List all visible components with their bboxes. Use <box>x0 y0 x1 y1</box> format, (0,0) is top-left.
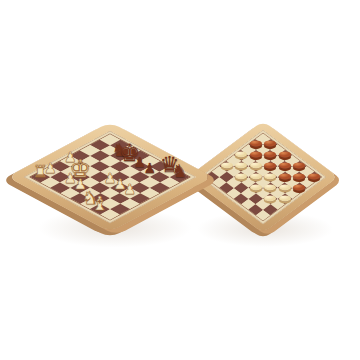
checkers-board-grid <box>204 133 322 221</box>
checkers-board-margin <box>200 130 327 224</box>
chess-board-grid <box>29 134 191 221</box>
product-photo: ♛♞♞♚♟♟♟♟♟♟♚♟♟♟♜♞♝ <box>0 0 360 360</box>
